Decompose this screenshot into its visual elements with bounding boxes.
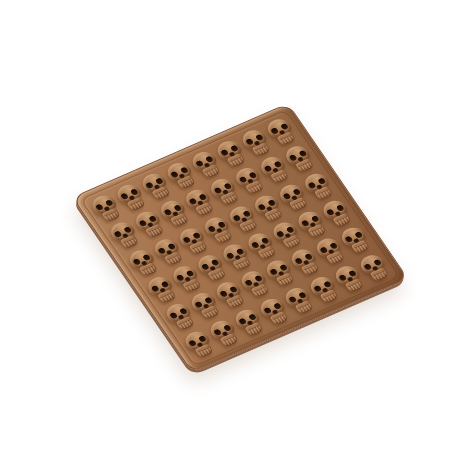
silicone-skull-mold-tray (72, 103, 409, 373)
product-photo (0, 0, 470, 470)
skull-grid (84, 113, 396, 363)
